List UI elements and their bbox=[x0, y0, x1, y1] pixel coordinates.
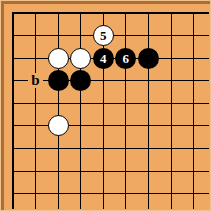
board-intersection[interactable] bbox=[137, 24, 160, 47]
board-intersection[interactable] bbox=[24, 182, 47, 205]
board-intersection[interactable] bbox=[182, 47, 205, 70]
white-stone bbox=[48, 48, 69, 69]
board-intersection[interactable] bbox=[92, 182, 115, 205]
board-intersection[interactable] bbox=[137, 160, 160, 183]
board-intersection[interactable] bbox=[115, 92, 138, 115]
black-stone-6: 6 bbox=[115, 48, 136, 69]
board-intersection[interactable] bbox=[24, 92, 47, 115]
board-intersection[interactable] bbox=[92, 92, 115, 115]
board-intersection[interactable] bbox=[137, 92, 160, 115]
board-intersection[interactable] bbox=[92, 115, 115, 138]
board-intersection[interactable] bbox=[47, 47, 70, 70]
board-intersection[interactable] bbox=[47, 69, 70, 92]
board-intersection[interactable] bbox=[2, 2, 25, 25]
board-intersection[interactable] bbox=[69, 115, 92, 138]
white-stone-5: 5 bbox=[93, 25, 114, 46]
board-intersection[interactable] bbox=[137, 182, 160, 205]
board-intersection[interactable] bbox=[160, 2, 183, 25]
board-intersection[interactable] bbox=[182, 115, 205, 138]
board-intersection[interactable] bbox=[137, 115, 160, 138]
board-intersection[interactable] bbox=[2, 137, 25, 160]
board-intersection[interactable] bbox=[115, 160, 138, 183]
board-intersection[interactable] bbox=[182, 2, 205, 25]
board-intersection[interactable] bbox=[47, 24, 70, 47]
board-intersection[interactable] bbox=[69, 182, 92, 205]
board-intersection[interactable] bbox=[137, 137, 160, 160]
board-intersection[interactable] bbox=[182, 182, 205, 205]
board-intersection[interactable] bbox=[115, 24, 138, 47]
board-intersection[interactable] bbox=[69, 69, 92, 92]
board-intersection[interactable] bbox=[160, 69, 183, 92]
board-intersection[interactable] bbox=[69, 92, 92, 115]
board-intersection[interactable] bbox=[160, 182, 183, 205]
board-intersection[interactable] bbox=[115, 115, 138, 138]
board-intersection[interactable] bbox=[47, 92, 70, 115]
black-stone bbox=[70, 70, 91, 91]
board-intersection[interactable] bbox=[92, 137, 115, 160]
board-intersection[interactable] bbox=[160, 115, 183, 138]
board-intersection[interactable] bbox=[69, 47, 92, 70]
board-intersection[interactable] bbox=[182, 92, 205, 115]
board-intersection[interactable] bbox=[160, 137, 183, 160]
board-intersection[interactable] bbox=[69, 2, 92, 25]
board-intersection[interactable] bbox=[47, 160, 70, 183]
board-intersection[interactable] bbox=[160, 47, 183, 70]
board-intersection[interactable] bbox=[24, 137, 47, 160]
board-intersection[interactable]: 4 bbox=[92, 47, 115, 70]
board-intersection[interactable] bbox=[24, 47, 47, 70]
board-intersection[interactable] bbox=[115, 137, 138, 160]
board-intersection[interactable] bbox=[115, 2, 138, 25]
black-stone-4: 4 bbox=[93, 48, 114, 69]
board-intersection[interactable] bbox=[92, 69, 115, 92]
board-intersection[interactable] bbox=[2, 160, 25, 183]
board-intersection[interactable] bbox=[115, 69, 138, 92]
board-intersection[interactable] bbox=[160, 24, 183, 47]
board-intersection[interactable] bbox=[92, 2, 115, 25]
board-intersection[interactable] bbox=[24, 2, 47, 25]
point-label-b: b bbox=[28, 73, 43, 88]
black-stone bbox=[48, 70, 69, 91]
board-intersection[interactable]: b bbox=[24, 69, 47, 92]
white-stone bbox=[48, 115, 69, 136]
black-stone bbox=[138, 48, 159, 69]
board-intersection[interactable] bbox=[69, 24, 92, 47]
board-intersection[interactable] bbox=[47, 137, 70, 160]
board-intersection[interactable] bbox=[160, 160, 183, 183]
board-intersection[interactable] bbox=[182, 137, 205, 160]
board-intersection[interactable] bbox=[2, 24, 25, 47]
white-stone bbox=[70, 48, 91, 69]
go-diagram: 546b bbox=[0, 0, 211, 211]
board-intersection[interactable] bbox=[182, 69, 205, 92]
board-intersection[interactable] bbox=[115, 182, 138, 205]
board-intersection[interactable] bbox=[92, 160, 115, 183]
board-intersection[interactable] bbox=[2, 92, 25, 115]
board-intersection[interactable] bbox=[160, 92, 183, 115]
board-intersection[interactable]: 5 bbox=[92, 24, 115, 47]
board-intersection[interactable] bbox=[2, 182, 25, 205]
board-intersection[interactable] bbox=[24, 115, 47, 138]
board-intersection[interactable] bbox=[24, 160, 47, 183]
board-intersection[interactable] bbox=[137, 2, 160, 25]
board-intersection[interactable] bbox=[182, 24, 205, 47]
board-intersection[interactable] bbox=[69, 137, 92, 160]
board-intersection[interactable] bbox=[2, 69, 25, 92]
board-intersection[interactable] bbox=[47, 115, 70, 138]
board-intersection[interactable] bbox=[47, 2, 70, 25]
board-intersection[interactable] bbox=[24, 24, 47, 47]
board-intersection[interactable]: 6 bbox=[115, 47, 138, 70]
board-intersection[interactable] bbox=[137, 69, 160, 92]
board-intersection[interactable] bbox=[182, 160, 205, 183]
board-intersection[interactable] bbox=[47, 182, 70, 205]
board-intersection[interactable] bbox=[2, 47, 25, 70]
board-intersection[interactable] bbox=[69, 160, 92, 183]
board-intersection[interactable] bbox=[137, 47, 160, 70]
go-board-grid: 546b bbox=[2, 2, 205, 205]
board-intersection[interactable] bbox=[2, 115, 25, 138]
